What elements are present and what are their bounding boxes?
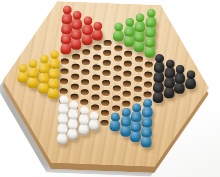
blue-peg[interactable] xyxy=(130,129,141,142)
hole[interactable] xyxy=(91,94,99,101)
hole[interactable] xyxy=(71,53,79,60)
hole[interactable] xyxy=(60,78,68,85)
hole[interactable] xyxy=(92,74,100,81)
hole[interactable] xyxy=(144,81,152,88)
hole[interactable] xyxy=(113,65,121,72)
hole[interactable] xyxy=(81,69,89,76)
blue-peg[interactable] xyxy=(109,119,120,132)
hole[interactable] xyxy=(70,93,78,100)
hole[interactable] xyxy=(81,89,89,96)
black-peg[interactable] xyxy=(184,77,195,90)
hole[interactable] xyxy=(111,105,119,112)
red-peg[interactable] xyxy=(60,42,71,55)
hole[interactable] xyxy=(133,86,141,93)
black-peg[interactable] xyxy=(152,90,163,103)
hole[interactable] xyxy=(100,120,108,127)
hole[interactable] xyxy=(124,60,132,67)
hole[interactable] xyxy=(80,99,88,106)
hole[interactable] xyxy=(93,44,101,51)
hole[interactable] xyxy=(60,68,68,75)
hole[interactable] xyxy=(92,64,100,71)
hole[interactable] xyxy=(133,96,141,103)
hole[interactable] xyxy=(90,104,98,111)
green-peg[interactable] xyxy=(113,29,124,42)
green-peg[interactable] xyxy=(133,40,144,53)
hole[interactable] xyxy=(134,76,142,83)
white-peg[interactable] xyxy=(78,122,89,135)
hole[interactable] xyxy=(123,70,131,77)
photo-background xyxy=(0,0,220,177)
hole[interactable] xyxy=(124,50,132,57)
hole[interactable] xyxy=(112,85,120,92)
hole[interactable] xyxy=(102,70,110,77)
white-peg[interactable] xyxy=(56,132,67,145)
hole[interactable] xyxy=(113,75,121,82)
hole[interactable] xyxy=(144,71,152,78)
red-peg[interactable] xyxy=(81,33,92,46)
hole[interactable] xyxy=(103,50,111,57)
white-peg[interactable] xyxy=(67,127,78,140)
hole[interactable] xyxy=(103,60,111,67)
hole[interactable] xyxy=(102,90,110,97)
hole[interactable] xyxy=(91,84,99,91)
hole[interactable] xyxy=(134,56,142,63)
hole[interactable] xyxy=(113,55,121,62)
yellow-peg[interactable] xyxy=(47,86,58,99)
hole[interactable] xyxy=(71,63,79,70)
hole[interactable] xyxy=(103,40,111,47)
hole[interactable] xyxy=(134,66,142,73)
hole[interactable] xyxy=(122,100,130,107)
hole[interactable] xyxy=(60,88,68,95)
hole[interactable] xyxy=(82,59,90,66)
hole[interactable] xyxy=(92,54,100,61)
hole[interactable] xyxy=(123,90,131,97)
green-peg[interactable] xyxy=(144,45,155,58)
hole[interactable] xyxy=(123,80,131,87)
black-peg[interactable] xyxy=(163,86,174,99)
blue-peg[interactable] xyxy=(140,135,151,148)
hole[interactable] xyxy=(70,83,78,90)
hole[interactable] xyxy=(144,91,152,98)
hole[interactable] xyxy=(145,61,153,68)
hole[interactable] xyxy=(112,95,120,102)
hole[interactable] xyxy=(114,45,122,52)
hole[interactable] xyxy=(101,100,109,107)
hole[interactable] xyxy=(81,79,89,86)
red-peg[interactable] xyxy=(92,28,103,41)
hole[interactable] xyxy=(82,49,90,56)
board-group xyxy=(0,0,212,169)
white-peg[interactable] xyxy=(88,118,99,131)
black-peg[interactable] xyxy=(174,81,185,94)
hole[interactable] xyxy=(61,58,69,65)
hole[interactable] xyxy=(102,80,110,87)
hole[interactable] xyxy=(71,73,79,80)
red-peg[interactable] xyxy=(70,37,81,50)
hole[interactable] xyxy=(101,110,109,117)
yellow-peg[interactable] xyxy=(27,75,38,88)
